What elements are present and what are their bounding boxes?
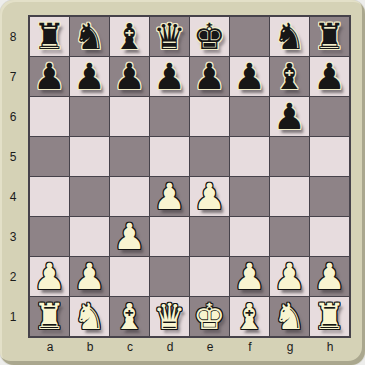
square-f6[interactable] [230, 97, 269, 136]
square-g6[interactable]: ♟ [270, 97, 309, 136]
square-f8[interactable] [230, 17, 269, 56]
square-d7[interactable]: ♟ [150, 57, 189, 96]
chess-board: ♜♞♝♛♚♞♜♟♟♟♟♟♟♝♟♟♟♟♟♟♟♟♟♟♜♞♝♛♚♝♞♜ [30, 17, 349, 336]
square-d2[interactable] [150, 257, 189, 296]
file-label-d: d [150, 337, 190, 357]
square-a1[interactable]: ♜ [30, 297, 69, 336]
piece-white-pawn[interactable]: ♟ [313, 257, 345, 296]
square-e7[interactable]: ♟ [190, 57, 229, 96]
square-b4[interactable] [70, 177, 109, 216]
piece-black-pawn[interactable]: ♟ [73, 57, 105, 96]
square-b3[interactable] [70, 217, 109, 256]
square-h5[interactable] [310, 137, 349, 176]
piece-black-knight[interactable]: ♞ [273, 17, 305, 56]
square-c2[interactable] [110, 257, 149, 296]
square-g5[interactable] [270, 137, 309, 176]
piece-black-pawn[interactable]: ♟ [193, 57, 225, 96]
rank-label-2: 2 [0, 257, 26, 297]
square-b2[interactable]: ♟ [70, 257, 109, 296]
rank-label-4: 4 [0, 177, 26, 217]
square-g2[interactable]: ♟ [270, 257, 309, 296]
piece-white-bishop[interactable]: ♝ [113, 297, 145, 336]
board-panel: 87654321 ♜♞♝♛♚♞♜♟♟♟♟♟♟♝♟♟♟♟♟♟♟♟♟♟♜♞♝♛♚♝♞… [0, 0, 365, 365]
piece-white-knight[interactable]: ♞ [73, 297, 105, 336]
square-c6[interactable] [110, 97, 149, 136]
square-d1[interactable]: ♛ [150, 297, 189, 336]
square-b8[interactable]: ♞ [70, 17, 109, 56]
rank-label-6: 6 [0, 97, 26, 137]
rank-label-1: 1 [0, 297, 26, 337]
square-d5[interactable] [150, 137, 189, 176]
file-label-e: e [190, 337, 230, 357]
rank-labels: 87654321 [0, 17, 26, 337]
rank-label-3: 3 [0, 217, 26, 257]
square-e8[interactable]: ♚ [190, 17, 229, 56]
square-h1[interactable]: ♜ [310, 297, 349, 336]
square-c3[interactable]: ♟ [110, 217, 149, 256]
piece-black-knight[interactable]: ♞ [73, 17, 105, 56]
piece-black-pawn[interactable]: ♟ [233, 57, 265, 96]
file-label-b: b [70, 337, 110, 357]
file-label-f: f [230, 337, 270, 357]
square-a2[interactable]: ♟ [30, 257, 69, 296]
piece-white-pawn[interactable]: ♟ [273, 257, 305, 296]
square-e4[interactable]: ♟ [190, 177, 229, 216]
square-e6[interactable] [190, 97, 229, 136]
square-c4[interactable] [110, 177, 149, 216]
square-c5[interactable] [110, 137, 149, 176]
piece-black-pawn[interactable]: ♟ [153, 57, 185, 96]
square-a4[interactable] [30, 177, 69, 216]
piece-white-bishop[interactable]: ♝ [233, 297, 265, 336]
piece-white-rook[interactable]: ♜ [313, 297, 345, 336]
piece-white-pawn[interactable]: ♟ [193, 177, 225, 216]
piece-black-queen[interactable]: ♛ [153, 17, 185, 56]
file-label-c: c [110, 337, 150, 357]
square-g8[interactable]: ♞ [270, 17, 309, 56]
board-frame: ♜♞♝♛♚♞♜♟♟♟♟♟♟♝♟♟♟♟♟♟♟♟♟♟♜♞♝♛♚♝♞♜ [28, 15, 351, 338]
piece-black-rook[interactable]: ♜ [313, 17, 345, 56]
square-f7[interactable]: ♟ [230, 57, 269, 96]
square-g3[interactable] [270, 217, 309, 256]
square-f4[interactable] [230, 177, 269, 216]
square-a6[interactable] [30, 97, 69, 136]
square-e5[interactable] [190, 137, 229, 176]
square-d4[interactable]: ♟ [150, 177, 189, 216]
piece-black-rook[interactable]: ♜ [33, 17, 65, 56]
piece-white-knight[interactable]: ♞ [273, 297, 305, 336]
piece-white-king[interactable]: ♚ [193, 297, 225, 336]
square-a7[interactable]: ♟ [30, 57, 69, 96]
square-h7[interactable]: ♟ [310, 57, 349, 96]
square-h3[interactable] [310, 217, 349, 256]
piece-white-queen[interactable]: ♛ [153, 297, 185, 336]
piece-white-pawn[interactable]: ♟ [233, 257, 265, 296]
square-h2[interactable]: ♟ [310, 257, 349, 296]
square-b6[interactable] [70, 97, 109, 136]
square-c7[interactable]: ♟ [110, 57, 149, 96]
rank-label-8: 8 [0, 17, 26, 57]
square-b5[interactable] [70, 137, 109, 176]
square-d6[interactable] [150, 97, 189, 136]
square-f1[interactable]: ♝ [230, 297, 269, 336]
square-f3[interactable] [230, 217, 269, 256]
square-g4[interactable] [270, 177, 309, 216]
file-label-a: a [30, 337, 70, 357]
piece-black-pawn[interactable]: ♟ [113, 57, 145, 96]
piece-black-pawn[interactable]: ♟ [33, 57, 65, 96]
square-g1[interactable]: ♞ [270, 297, 309, 336]
square-e2[interactable] [190, 257, 229, 296]
piece-black-pawn[interactable]: ♟ [273, 97, 305, 136]
square-c1[interactable]: ♝ [110, 297, 149, 336]
square-f2[interactable]: ♟ [230, 257, 269, 296]
square-a3[interactable] [30, 217, 69, 256]
square-e1[interactable]: ♚ [190, 297, 229, 336]
square-h6[interactable] [310, 97, 349, 136]
square-e3[interactable] [190, 217, 229, 256]
file-label-h: h [310, 337, 350, 357]
piece-white-pawn[interactable]: ♟ [73, 257, 105, 296]
square-f5[interactable] [230, 137, 269, 176]
square-a5[interactable] [30, 137, 69, 176]
square-g7[interactable]: ♝ [270, 57, 309, 96]
piece-white-pawn[interactable]: ♟ [113, 217, 145, 256]
rank-label-5: 5 [0, 137, 26, 177]
square-h8[interactable]: ♜ [310, 17, 349, 56]
square-h4[interactable] [310, 177, 349, 216]
file-labels: abcdefgh [30, 337, 350, 357]
square-a8[interactable]: ♜ [30, 17, 69, 56]
square-c8[interactable]: ♝ [110, 17, 149, 56]
piece-black-pawn[interactable]: ♟ [313, 57, 345, 96]
piece-white-pawn[interactable]: ♟ [153, 177, 185, 216]
square-b7[interactable]: ♟ [70, 57, 109, 96]
piece-black-bishop[interactable]: ♝ [273, 57, 305, 96]
piece-white-rook[interactable]: ♜ [33, 297, 65, 336]
square-b1[interactable]: ♞ [70, 297, 109, 336]
square-d8[interactable]: ♛ [150, 17, 189, 56]
piece-black-king[interactable]: ♚ [193, 17, 225, 56]
piece-white-pawn[interactable]: ♟ [33, 257, 65, 296]
piece-black-bishop[interactable]: ♝ [113, 17, 145, 56]
square-d3[interactable] [150, 217, 189, 256]
rank-label-7: 7 [0, 57, 26, 97]
file-label-g: g [270, 337, 310, 357]
